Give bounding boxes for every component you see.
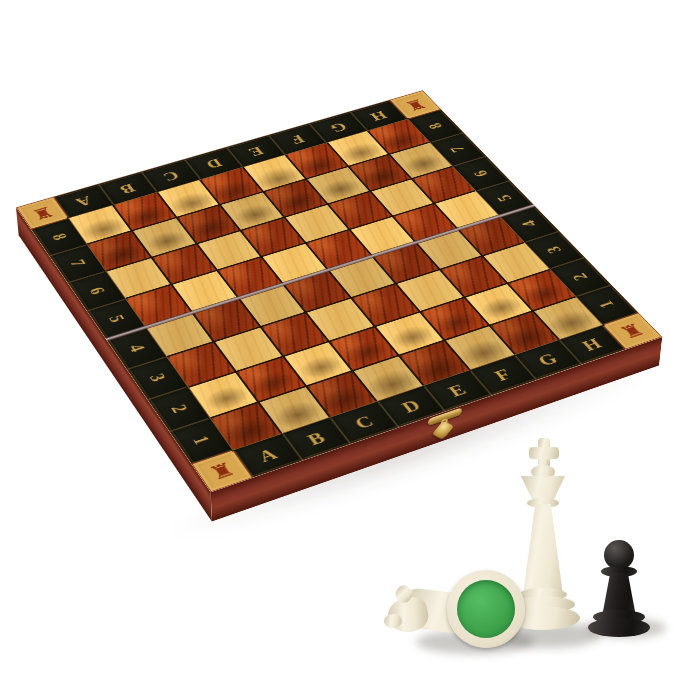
coordinate-label: C <box>159 168 182 184</box>
coordinate-label: B <box>117 180 139 196</box>
knight-head <box>385 594 431 636</box>
coordinate-label: 5 <box>493 193 516 204</box>
coordinate-label: A <box>72 193 95 210</box>
knight-body <box>398 587 494 638</box>
coordinate-label: 6 <box>84 285 108 297</box>
knight-ear <box>393 583 415 605</box>
coordinate-label: 7 <box>447 144 469 154</box>
product-photo: ABCDEFGH ABCDEFGH 87654321 87654321 ♜ ♜ … <box>0 0 700 700</box>
coordinate-label: D <box>202 155 225 171</box>
rook-icon: ♜ <box>205 459 239 483</box>
rook-glyph: ♜ <box>187 331 316 438</box>
pawn-base <box>588 618 650 637</box>
piece-base-bottom <box>447 570 525 648</box>
rook-icon: ♜ <box>28 204 57 223</box>
coordinate-label: A <box>254 444 281 466</box>
coordinate-label: 8 <box>425 121 447 131</box>
coordinate-label: E <box>245 143 267 158</box>
chess-board: ABCDEFGH ABCDEFGH 87654321 87654321 ♜ ♜ … <box>16 90 662 492</box>
loose-black-pawn <box>588 540 650 637</box>
pawn-shadow <box>586 618 666 638</box>
coordinate-label: 8 <box>47 231 71 242</box>
rook-icon: ♜ <box>401 96 430 113</box>
coordinate-label: H <box>366 108 390 123</box>
coordinate-label: 4 <box>124 342 149 354</box>
coordinate-label: 7 <box>66 258 90 269</box>
pawn-head <box>604 540 634 570</box>
knight-muzzle <box>384 614 402 628</box>
pawn-collar <box>601 566 637 577</box>
coordinate-label: G <box>326 119 350 135</box>
pawn-body <box>597 573 641 615</box>
green-felt-pad <box>457 580 515 638</box>
king-base-upper <box>511 596 575 613</box>
square-b5 <box>173 271 237 311</box>
pawn-base-upper <box>593 610 645 624</box>
coordinate-label: F <box>287 132 308 147</box>
coordinate-label: 5 <box>104 313 129 325</box>
board-scene: ABCDEFGH ABCDEFGH 87654321 87654321 ♜ ♜ … <box>88 30 568 510</box>
loose-white-knight-lying <box>388 562 540 662</box>
coordinate-label: 6 <box>470 168 493 178</box>
knight-shadow <box>416 630 534 654</box>
square-a5 <box>126 285 190 326</box>
coordinate-label: 1 <box>188 434 214 448</box>
king-base <box>506 606 580 630</box>
king-body <box>515 504 571 596</box>
king-base-ring <box>519 588 567 601</box>
king-shadow <box>497 622 601 648</box>
